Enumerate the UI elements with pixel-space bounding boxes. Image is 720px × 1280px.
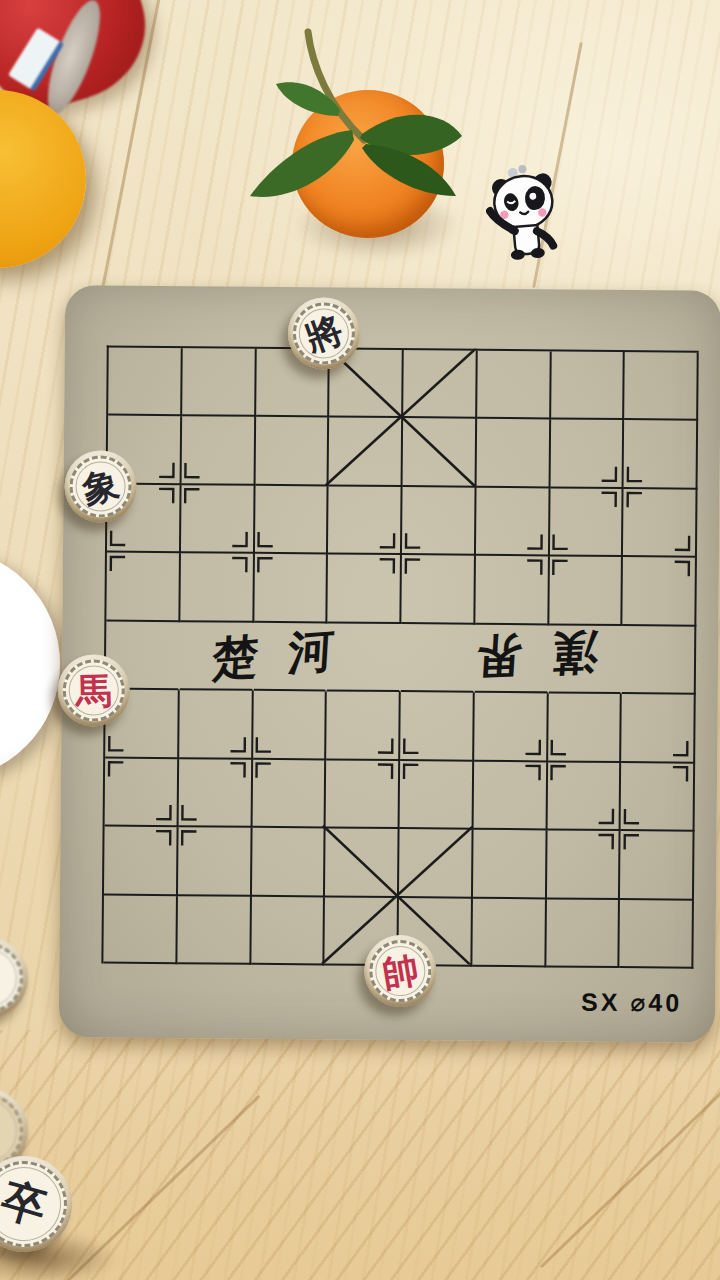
grid-cell bbox=[179, 690, 253, 759]
grid-cell bbox=[622, 626, 696, 695]
grid-cell bbox=[251, 828, 325, 897]
xiangqi-grid bbox=[101, 346, 698, 969]
grid-cell bbox=[400, 692, 474, 761]
grid-cell bbox=[548, 694, 622, 763]
brand-text: SX ⌀40 bbox=[581, 988, 682, 1018]
panda-charm bbox=[482, 157, 568, 263]
grid-cell bbox=[473, 830, 547, 899]
xiangqi-board-mat: 楚河 漢界 SX ⌀40 將象馬帥 bbox=[59, 285, 720, 1043]
grid-cell bbox=[108, 348, 182, 417]
white-plate bbox=[0, 548, 60, 780]
grid-cell bbox=[105, 758, 179, 827]
piece-face: 帥 bbox=[369, 940, 432, 1003]
mandarin-orange bbox=[292, 90, 444, 238]
grid-cell bbox=[325, 829, 399, 898]
river-label-left: 楚河 bbox=[210, 615, 366, 695]
grid-cell bbox=[182, 348, 256, 417]
grid-cell bbox=[178, 759, 252, 828]
grid-cell bbox=[401, 555, 475, 624]
grid-cell bbox=[178, 827, 252, 896]
grid-cell bbox=[103, 895, 177, 964]
grid-cell bbox=[546, 830, 620, 899]
grid-cell bbox=[547, 762, 621, 831]
piece-character: 卒 bbox=[0, 1177, 51, 1231]
grid-cell bbox=[623, 489, 697, 558]
grid-cell bbox=[106, 553, 180, 622]
grid-cell bbox=[624, 420, 698, 489]
grid-cell bbox=[621, 763, 695, 832]
grid-cell bbox=[252, 759, 326, 828]
river-label-right: 漢界 bbox=[444, 616, 600, 691]
grid-cell bbox=[181, 417, 255, 486]
grid-cell bbox=[180, 553, 254, 622]
piece-face bbox=[0, 943, 23, 1013]
grid-cell bbox=[328, 486, 402, 555]
grid-cell bbox=[546, 899, 620, 968]
piece-character: 象 bbox=[79, 465, 122, 508]
grid-cell bbox=[329, 418, 403, 487]
grid-cell bbox=[621, 694, 695, 763]
grid-cell bbox=[254, 486, 328, 555]
piece-face: 馬 bbox=[62, 659, 125, 722]
piece-black-elephant[interactable]: 象 bbox=[64, 450, 137, 523]
citrus-fruit bbox=[0, 90, 86, 268]
grid-cell bbox=[177, 896, 251, 965]
grid-cell bbox=[472, 898, 546, 967]
grid-cell bbox=[400, 761, 474, 830]
grid-cell bbox=[328, 555, 402, 624]
piece-red-general[interactable]: 帥 bbox=[364, 935, 437, 1008]
grid-cell bbox=[326, 692, 400, 761]
grid-cell bbox=[251, 896, 325, 965]
grid-cell bbox=[403, 350, 477, 419]
piece-character: 將 bbox=[301, 310, 347, 356]
grid-cell bbox=[402, 487, 476, 556]
grid-cell bbox=[473, 761, 547, 830]
grid-cell bbox=[476, 419, 550, 488]
grid-cell bbox=[475, 556, 549, 625]
grid-cell bbox=[620, 831, 694, 900]
off-board-piece[interactable] bbox=[0, 938, 28, 1018]
grid-cell bbox=[550, 420, 624, 489]
grid-cell bbox=[474, 693, 548, 762]
grid-cell bbox=[399, 829, 473, 898]
grid-cell bbox=[477, 351, 551, 420]
grid-cell bbox=[549, 488, 623, 557]
grid-cell bbox=[253, 691, 327, 760]
grid-cell bbox=[476, 488, 550, 557]
grid-cell bbox=[551, 351, 625, 420]
charm-chain bbox=[518, 165, 527, 174]
piece-face: 將 bbox=[293, 302, 356, 365]
grid-cell bbox=[181, 485, 255, 554]
piece-character: 帥 bbox=[380, 950, 421, 991]
grid-cell bbox=[403, 419, 477, 488]
piece-character: 馬 bbox=[75, 672, 112, 709]
grid-cell bbox=[620, 900, 694, 969]
grid-cell bbox=[624, 352, 698, 421]
grid-cell bbox=[254, 554, 328, 623]
photo-scene: 楚河 漢界 SX ⌀40 將象馬帥 卒 bbox=[0, 0, 720, 1280]
piece-face: 象 bbox=[69, 455, 132, 518]
grid-cell bbox=[104, 827, 178, 896]
grid-cell bbox=[623, 557, 697, 626]
grid-cell bbox=[326, 760, 400, 829]
grid-cell bbox=[255, 417, 329, 486]
